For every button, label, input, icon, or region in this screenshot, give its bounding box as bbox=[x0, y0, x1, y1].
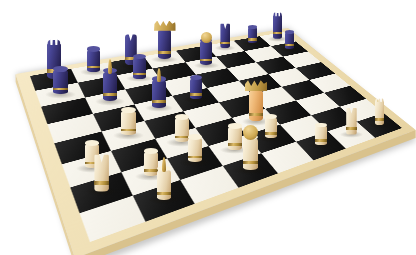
piece-body bbox=[133, 57, 146, 79]
piece-body bbox=[94, 152, 109, 191]
gold-ring bbox=[190, 93, 202, 96]
piece-black-knight[interactable] bbox=[220, 22, 230, 48]
piece-black-rook[interactable] bbox=[273, 12, 283, 39]
gold-ring bbox=[265, 132, 277, 135]
gold-ring bbox=[157, 192, 172, 195]
piece-top bbox=[85, 140, 100, 146]
piece-black-bishop[interactable] bbox=[103, 71, 117, 102]
gold-ring bbox=[228, 143, 242, 146]
piece-body bbox=[248, 27, 258, 44]
piece-body bbox=[87, 49, 100, 72]
piece-white-knight[interactable] bbox=[346, 106, 357, 134]
piece-top bbox=[133, 54, 146, 59]
piece-white-knight[interactable] bbox=[94, 152, 109, 191]
piece-black-pawn[interactable] bbox=[53, 69, 68, 94]
gold-ring bbox=[103, 93, 117, 96]
piece-black-pawn[interactable] bbox=[87, 49, 100, 72]
gold-ring bbox=[200, 59, 212, 62]
piece-body bbox=[53, 69, 68, 94]
piece-body bbox=[121, 110, 136, 135]
piece-body bbox=[375, 98, 385, 125]
piece-black-pawn[interactable] bbox=[248, 27, 258, 44]
piece-top bbox=[188, 134, 203, 140]
piece-black-bishop[interactable] bbox=[152, 79, 165, 108]
gold-ring bbox=[121, 129, 136, 132]
piece-body bbox=[273, 12, 283, 39]
gold-ring bbox=[87, 66, 100, 69]
piece-white-queen[interactable] bbox=[243, 137, 259, 170]
gold-ring bbox=[188, 156, 203, 159]
piece-body bbox=[265, 117, 277, 139]
piece-white-bishop[interactable] bbox=[157, 169, 172, 200]
gold-ring bbox=[94, 181, 109, 185]
piece-white-pawn[interactable] bbox=[121, 110, 136, 135]
piece-top bbox=[190, 75, 202, 80]
chess-set-photo bbox=[0, 0, 416, 255]
piece-top bbox=[87, 46, 100, 51]
gold-blade-topper bbox=[108, 59, 112, 74]
piece-top bbox=[248, 25, 258, 29]
piece-black-king[interactable] bbox=[158, 28, 171, 59]
piece-body bbox=[315, 125, 327, 145]
gold-ring bbox=[346, 127, 357, 130]
piece-black-queen[interactable] bbox=[200, 40, 212, 65]
piece-top bbox=[315, 123, 327, 128]
gold-ring bbox=[133, 73, 146, 76]
piece-white-pawn[interactable] bbox=[188, 137, 203, 162]
piece-white-rook[interactable] bbox=[375, 98, 385, 125]
piece-body bbox=[152, 79, 165, 108]
gold-ring bbox=[158, 51, 171, 54]
gold-ring bbox=[53, 88, 68, 91]
piece-body bbox=[249, 89, 262, 122]
piece-top bbox=[53, 66, 68, 72]
piece-white-pawn[interactable] bbox=[265, 117, 277, 139]
piece-top bbox=[144, 148, 159, 154]
piece-black-pawn[interactable] bbox=[285, 32, 295, 49]
piece-body bbox=[346, 106, 357, 134]
gold-ring bbox=[243, 161, 259, 164]
piece-body bbox=[157, 169, 172, 200]
gold-ball-topper bbox=[201, 32, 212, 43]
piece-black-pawn[interactable] bbox=[190, 78, 202, 100]
gold-ring bbox=[375, 118, 385, 121]
piece-body bbox=[285, 32, 295, 49]
gold-ring bbox=[220, 42, 230, 45]
gold-ring bbox=[273, 32, 283, 35]
gold-ring bbox=[285, 44, 295, 47]
gold-ring bbox=[315, 139, 327, 142]
piece-body bbox=[158, 28, 171, 59]
piece-body bbox=[103, 71, 117, 102]
piece-white-king[interactable] bbox=[249, 89, 262, 122]
gold-ring bbox=[248, 38, 258, 41]
piece-white-pawn[interactable] bbox=[228, 126, 242, 150]
gold-ring bbox=[249, 113, 262, 116]
piece-white-pawn[interactable] bbox=[315, 125, 327, 145]
piece-body bbox=[200, 40, 212, 65]
gold-blade-topper bbox=[157, 68, 161, 82]
gold-ring bbox=[152, 100, 165, 103]
piece-body bbox=[190, 78, 202, 100]
piece-body bbox=[228, 126, 242, 150]
piece-black-pawn[interactable] bbox=[133, 57, 146, 79]
piece-body bbox=[220, 22, 230, 48]
piece-top bbox=[228, 123, 242, 128]
piece-top bbox=[121, 107, 136, 113]
piece-body bbox=[188, 137, 203, 162]
piece-body bbox=[243, 137, 259, 170]
